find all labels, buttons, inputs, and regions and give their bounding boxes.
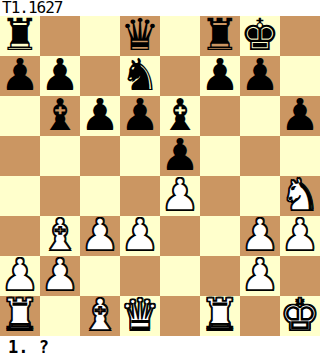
square-c5[interactable]: [80, 136, 120, 176]
square-e3[interactable]: [160, 216, 200, 256]
square-c6[interactable]: ♟: [80, 96, 120, 136]
piece-white-pawn: ♟: [120, 213, 159, 257]
square-g6[interactable]: [240, 96, 280, 136]
square-f5[interactable]: [200, 136, 240, 176]
square-d3[interactable]: ♟: [120, 216, 160, 256]
square-g1[interactable]: [240, 296, 280, 336]
square-a6[interactable]: [0, 96, 40, 136]
piece-white-pawn: ♟: [240, 253, 279, 297]
piece-white-pawn: ♟: [160, 173, 199, 217]
square-e2[interactable]: [160, 256, 200, 296]
square-g2[interactable]: ♟: [240, 256, 280, 296]
square-d1[interactable]: ♛: [120, 296, 160, 336]
square-c3[interactable]: ♟: [80, 216, 120, 256]
square-f6[interactable]: [200, 96, 240, 136]
square-a4[interactable]: [0, 176, 40, 216]
square-h8[interactable]: [280, 16, 320, 56]
piece-white-pawn: ♟: [80, 213, 119, 257]
piece-white-queen: ♛: [120, 293, 159, 337]
square-f1[interactable]: ♜: [200, 296, 240, 336]
square-b6[interactable]: ♝: [40, 96, 80, 136]
square-e8[interactable]: [160, 16, 200, 56]
puzzle-page: T1.1627 ♜♛♜♚♟♟♞♟♟♝♟♟♝♟♟♟♞♝♟♟♟♟♟♟♟♜♝♛♜♚ 1…: [0, 0, 320, 360]
square-c8[interactable]: [80, 16, 120, 56]
square-b1[interactable]: [40, 296, 80, 336]
square-d5[interactable]: [120, 136, 160, 176]
square-f7[interactable]: ♟: [200, 56, 240, 96]
square-a1[interactable]: ♜: [0, 296, 40, 336]
square-g5[interactable]: [240, 136, 280, 176]
square-h3[interactable]: ♟: [280, 216, 320, 256]
piece-white-bishop: ♝: [80, 293, 119, 337]
piece-black-pawn: ♟: [280, 93, 319, 137]
piece-black-pawn: ♟: [0, 53, 39, 97]
square-b5[interactable]: [40, 136, 80, 176]
piece-black-pawn: ♟: [200, 53, 239, 97]
chess-board: ♜♛♜♚♟♟♞♟♟♝♟♟♝♟♟♟♞♝♟♟♟♟♟♟♟♜♝♛♜♚: [0, 16, 320, 336]
square-e1[interactable]: [160, 296, 200, 336]
square-g7[interactable]: ♟: [240, 56, 280, 96]
piece-white-pawn: ♟: [280, 213, 319, 257]
piece-black-pawn: ♟: [240, 53, 279, 97]
piece-white-king: ♚: [280, 293, 319, 337]
piece-black-pawn: ♟: [120, 93, 159, 137]
square-f4[interactable]: [200, 176, 240, 216]
square-b2[interactable]: ♟: [40, 256, 80, 296]
square-c1[interactable]: ♝: [80, 296, 120, 336]
piece-black-bishop: ♝: [40, 93, 79, 137]
piece-white-rook: ♜: [0, 293, 39, 337]
square-a7[interactable]: ♟: [0, 56, 40, 96]
piece-white-rook: ♜: [200, 293, 239, 337]
square-h6[interactable]: ♟: [280, 96, 320, 136]
piece-white-pawn: ♟: [40, 253, 79, 297]
square-e4[interactable]: ♟: [160, 176, 200, 216]
square-h1[interactable]: ♚: [280, 296, 320, 336]
move-prompt: 1. ?: [0, 336, 320, 360]
piece-black-pawn: ♟: [80, 93, 119, 137]
square-a5[interactable]: [0, 136, 40, 176]
square-d6[interactable]: ♟: [120, 96, 160, 136]
square-f3[interactable]: [200, 216, 240, 256]
